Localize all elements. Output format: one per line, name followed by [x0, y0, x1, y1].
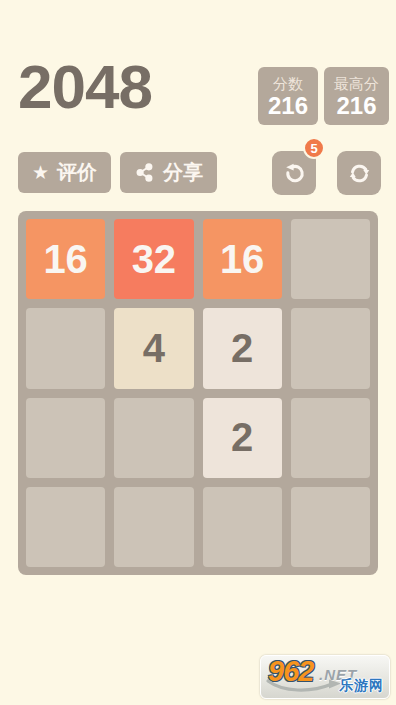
swoosh-arrow-icon [265, 677, 345, 694]
board-cell-empty [114, 398, 193, 478]
tile-4: 4 [114, 308, 193, 388]
board-cell-empty [291, 487, 370, 567]
share-button-label: 分享 [163, 159, 203, 186]
app-root: 2048 分数 216 最高分 216 ★ 评价 [0, 0, 396, 705]
undo-count-badge: 5 [303, 137, 325, 159]
share-icon [134, 162, 155, 183]
score-panel: 分数 216 最高分 216 [258, 67, 389, 125]
page-title: 2048 [18, 56, 152, 118]
score-box: 分数 216 [258, 67, 318, 125]
score-label: 分数 [268, 75, 308, 93]
restart-button[interactable] [337, 151, 381, 195]
board-cell-empty [114, 487, 193, 567]
game-control-group: 5 [272, 151, 381, 195]
undo-button[interactable]: 5 [272, 151, 316, 195]
tile-16: 16 [203, 219, 282, 299]
rate-button-label: 评价 [57, 159, 97, 186]
action-button-group: ★ 评价 分享 [18, 152, 217, 193]
tile-16: 16 [26, 219, 105, 299]
rate-button[interactable]: ★ 评价 [18, 152, 111, 193]
board-cell-empty [26, 487, 105, 567]
best-score-box: 最高分 216 [324, 67, 389, 125]
tile-32: 32 [114, 219, 193, 299]
board-cell-empty [291, 219, 370, 299]
board-cell-empty [26, 398, 105, 478]
tile-2: 2 [203, 308, 282, 388]
share-button[interactable]: 分享 [120, 152, 217, 193]
board-cell-empty [203, 487, 282, 567]
watermark-site-name: 乐游网 [339, 677, 384, 695]
board-cell-empty [26, 308, 105, 388]
board-cell-empty [291, 308, 370, 388]
best-score-value: 216 [334, 93, 379, 119]
undo-icon [281, 160, 308, 187]
tile-2: 2 [203, 398, 282, 478]
star-icon: ★ [32, 163, 49, 182]
refresh-icon [346, 160, 373, 187]
board[interactable]: 163216422 [18, 211, 378, 575]
score-value: 216 [268, 93, 308, 119]
board-cell-empty [291, 398, 370, 478]
watermark-logo: 962 .NET 乐游网 [260, 655, 390, 699]
best-score-label: 最高分 [334, 75, 379, 93]
